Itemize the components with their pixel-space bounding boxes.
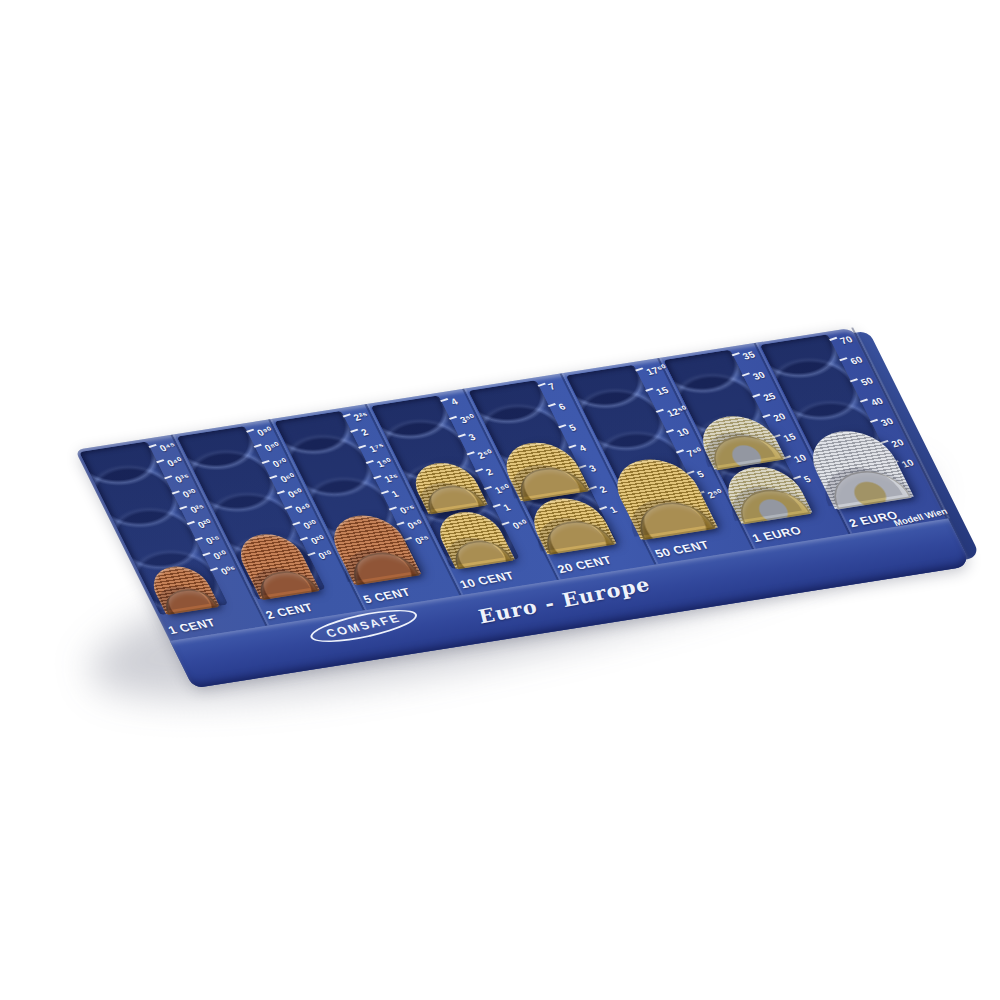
tray-body: 0⁴⁵0⁴⁰0³⁵0³⁰0²⁵0²⁰0¹⁵0¹⁰0⁰⁵1 CENT0⁹⁰0⁸⁰0…: [75, 328, 972, 689]
scale-mark-value: 0²⁰: [309, 534, 327, 546]
scale-mark: 0²⁰: [186, 519, 213, 531]
scale-mark: 15: [645, 386, 670, 398]
scale-mark-value: 1²⁵: [383, 473, 402, 485]
scale-mark: 0³⁵: [163, 473, 191, 485]
scale-mark-value: 50: [859, 376, 875, 387]
scale-mark-value: 2: [484, 468, 495, 478]
scale-mark-value: 5: [802, 475, 813, 485]
scale-mark: 25: [752, 392, 777, 404]
scale-mark-value: 1: [502, 503, 513, 513]
tick-line: [194, 537, 202, 541]
tick-line: [635, 367, 643, 371]
scale-mark-value: 10: [675, 427, 691, 438]
scale-mark-value: 0⁴⁰: [293, 503, 312, 515]
tick-line: [366, 460, 374, 464]
tick-line: [246, 429, 254, 433]
scale-mark: 0¹⁵: [194, 535, 222, 547]
tick-line: [171, 490, 179, 494]
scale-mark-value: 0⁴⁰: [165, 457, 184, 469]
scale-mark-value: 10: [900, 458, 916, 469]
scale-mark-value: 2⁵⁰: [705, 488, 724, 500]
scale-mark: 0⁷⁰: [261, 458, 289, 470]
scale-mark-value: 1⁵⁰: [493, 483, 512, 495]
scale-mark: 6: [547, 403, 567, 414]
scale-mark: 0³⁰: [171, 488, 198, 500]
scale-mark-value: 0⁵⁰: [406, 519, 425, 531]
coin-face: [251, 567, 318, 599]
scale-mark-value: 5: [695, 469, 706, 479]
scale-mark-value: 30: [751, 371, 767, 382]
scale-mark-value: 2²⁵: [352, 411, 371, 423]
coin-face: [703, 431, 784, 470]
scale-mark-value: 60: [849, 355, 865, 366]
tick-line: [148, 444, 156, 448]
scale-mark-value: 1: [390, 490, 401, 500]
tick-line: [742, 373, 750, 377]
tick-line: [675, 450, 683, 454]
tick-line: [389, 506, 397, 510]
scale-mark: 0⁸⁰: [253, 442, 282, 454]
scale-mark-value: 0⁷⁰: [270, 457, 289, 469]
scale-mark: 1⁷⁵: [358, 442, 387, 454]
tick-line: [381, 491, 389, 495]
tick-line: [156, 459, 164, 463]
coin-face: [343, 548, 419, 585]
coin-face: [419, 482, 486, 514]
coin-face: [628, 497, 716, 540]
scale-mark: 35: [732, 351, 757, 363]
tick-line: [850, 378, 858, 382]
tick-line: [732, 352, 740, 356]
scale-mark-value: 0⁷⁵: [398, 503, 417, 515]
scale-mark: 0⁴⁵: [148, 442, 178, 454]
scale-mark-value: 6: [557, 403, 568, 413]
tick-line: [458, 433, 466, 437]
coin-face: [158, 586, 218, 615]
coin-face: [510, 463, 589, 501]
scale-mark-value: 2⁵⁰: [476, 448, 495, 460]
scale-mark: 3⁵⁰: [449, 414, 478, 426]
scale-mark-value: 0⁶⁰: [278, 472, 297, 484]
scale-mark: 10: [665, 428, 690, 440]
scale-mark: 60: [839, 356, 864, 368]
scale-mark-value: 0⁵⁰: [286, 488, 305, 500]
scale-mark: 0⁴⁰: [156, 457, 185, 469]
scale-mark: 0⁴⁰: [284, 504, 313, 516]
scale-mark-value: 15: [782, 432, 798, 443]
tick-line: [276, 490, 284, 494]
tick-line: [558, 424, 566, 428]
scale-mark: 2²⁵: [343, 411, 371, 423]
scale-mark-value: 40: [869, 397, 885, 408]
coin-stack: [145, 563, 220, 614]
coin-stack: [405, 459, 487, 514]
scale-mark: 1: [381, 490, 401, 501]
scale-mark-value: 3: [587, 464, 598, 474]
tick-line: [839, 357, 847, 361]
scale-mark-value: 7: [547, 382, 558, 392]
scale-mark-value: 2: [598, 485, 609, 495]
scale-mark-value: 20: [890, 438, 906, 449]
scale-mark-value: 1: [608, 505, 619, 515]
scale-mark-value: 4: [449, 397, 460, 407]
tick-line: [268, 475, 276, 479]
scale-mark-value: 0⁵⁰: [511, 519, 530, 531]
scale-mark-value: 20: [772, 412, 788, 423]
tick-line: [284, 506, 292, 510]
tick-line: [291, 521, 299, 525]
coin-face: [446, 537, 513, 569]
scale-mark-value: 0²⁰: [196, 519, 214, 531]
scale-mark: 0²⁵: [179, 504, 207, 516]
scale-mark: 40: [860, 397, 885, 409]
tick-line: [373, 475, 381, 479]
coin-face: [730, 485, 811, 524]
coin-face: [536, 517, 615, 555]
scale-mark-value: 10: [792, 453, 808, 464]
scale-mark-value: 30: [879, 417, 895, 428]
tick-line: [645, 388, 653, 392]
scale-mark-value: 0²⁵: [414, 534, 433, 546]
scale-mark-value: 7⁵⁰: [685, 447, 704, 459]
scale-mark-value: 25: [762, 391, 778, 402]
scale-mark: 1²⁵: [373, 473, 401, 485]
scale-mark-value: 0¹⁰: [316, 550, 334, 562]
scale-mark-value: 70: [839, 335, 855, 346]
product-photo: 0⁴⁵0⁴⁰0³⁵0³⁰0²⁵0²⁰0¹⁵0¹⁰0⁰⁵1 CENT0⁹⁰0⁸⁰0…: [0, 0, 1000, 1000]
scale-mark-value: 0¹⁰: [211, 550, 229, 562]
tick-line: [655, 409, 663, 413]
scale-mark-value: 0¹⁵: [204, 534, 223, 546]
tick-line: [860, 399, 868, 403]
tick-line: [537, 383, 545, 387]
scale-mark-value: 0³⁵: [173, 472, 192, 484]
tick-line: [665, 429, 673, 433]
scale-mark-value: 5: [567, 423, 578, 433]
tick-line: [179, 506, 187, 510]
scale-mark-value: 0⁸⁰: [263, 441, 282, 453]
scale-mark: 0⁶⁰: [268, 473, 297, 485]
tick-line: [261, 460, 269, 464]
scale-mark: 70: [829, 335, 854, 347]
tick-line: [829, 337, 837, 341]
tick-line: [752, 393, 760, 397]
scale-mark-value: 0²⁵: [188, 503, 207, 515]
tick-line: [548, 403, 556, 407]
scale-mark-value: 0⁴⁵: [158, 441, 178, 453]
scale-mark-value: 3⁵⁰: [458, 413, 477, 425]
tick-line: [440, 398, 448, 402]
tick-line: [253, 444, 261, 448]
tick-line: [350, 429, 358, 433]
tick-line: [870, 419, 878, 423]
coin-sorting-tray: 0⁴⁵0⁴⁰0³⁵0³⁰0²⁵0²⁰0¹⁵0¹⁰0⁰⁵1 CENT0⁹⁰0⁸⁰0…: [75, 328, 972, 689]
scale-mark-value: 0³⁰: [301, 519, 319, 531]
scale-mark: 2: [350, 428, 370, 439]
scale-mark-value: 3: [467, 432, 478, 442]
scale-mark-value: 0⁹⁰: [255, 426, 274, 438]
scale-mark: 3: [457, 433, 477, 444]
coin-face: [821, 466, 911, 510]
tick-line: [202, 552, 210, 556]
scale-mark: 4: [440, 397, 460, 408]
scale-mark-value: 0³⁰: [181, 488, 199, 500]
scale-mark: 0⁵⁰: [276, 488, 305, 500]
scale-mark: 0⁹⁰: [245, 427, 274, 439]
scale-mark: 5: [558, 423, 578, 434]
scale-mark-value: 1⁵⁰: [375, 457, 394, 469]
scale-mark-value: 15: [654, 386, 670, 397]
tick-line: [466, 451, 474, 455]
scale-mark-value: 0⁰⁵: [219, 565, 238, 577]
tick-line: [343, 413, 351, 417]
tick-line: [358, 444, 366, 448]
scale-mark-value: 4: [577, 444, 588, 454]
tick-line: [164, 475, 172, 479]
scale-mark-value: 1⁷⁵: [368, 442, 387, 454]
tick-line: [187, 521, 195, 525]
scale-mark-value: 35: [741, 350, 757, 361]
scale-mark: 50: [849, 376, 874, 388]
tick-line: [449, 416, 457, 420]
scale-mark-value: 2: [360, 428, 371, 438]
scale-mark: 7: [537, 382, 557, 393]
scale-mark: 30: [742, 371, 767, 383]
scale-mark: 1⁵⁰: [366, 458, 395, 470]
